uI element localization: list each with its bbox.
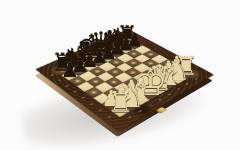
chess-photo-stage: abcdefgh 87654321 ♜♞♝♛♚♝♞♜♟♟♟♟♟♟♟♟♟♟♟♟♟♟… (0, 0, 240, 150)
coordinate-label: 3 (89, 102, 94, 105)
coordinate-label: b (185, 83, 190, 86)
coordinate-label: g (137, 110, 142, 113)
coordinate-label: f (148, 104, 152, 107)
coordinate-label: c (176, 88, 181, 91)
coordinate-label: 2 (98, 109, 103, 112)
coordinate-label: 8 (50, 74, 55, 77)
coordinate-label: 5 (72, 90, 77, 93)
coordinate-label: e (157, 98, 162, 101)
coordinate-label: 7 (57, 79, 62, 82)
coordinate-label: d (167, 93, 172, 96)
coordinate-label: h (127, 116, 132, 119)
coordinate-label: 6 (65, 85, 70, 88)
coordinate-label: 4 (81, 96, 86, 99)
coordinate-label: a (193, 78, 198, 81)
coordinate-label: 1 (107, 115, 112, 118)
